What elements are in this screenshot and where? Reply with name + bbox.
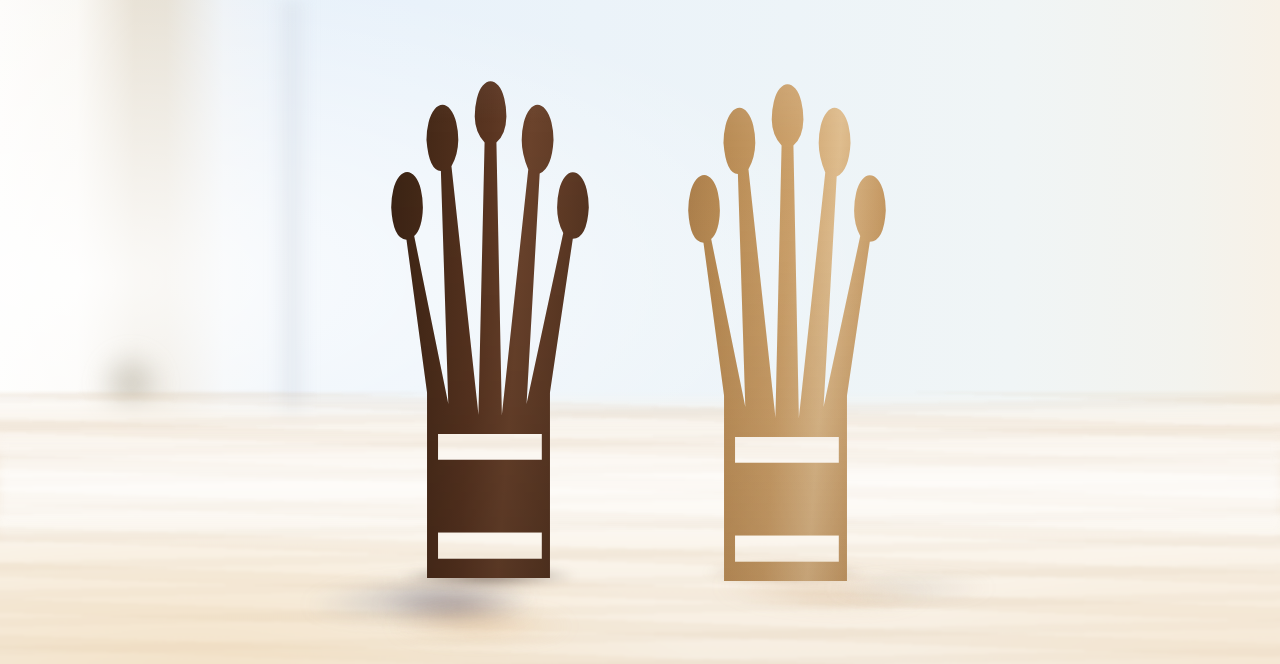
- window-mullion-blur: [272, 0, 312, 430]
- photo-canvas: ♛ ♛: [0, 0, 1280, 664]
- dark-queen-piece: ♛: [359, 3, 621, 664]
- table-highlight: [0, 430, 1280, 550]
- light-queen-piece: ♛: [656, 6, 918, 664]
